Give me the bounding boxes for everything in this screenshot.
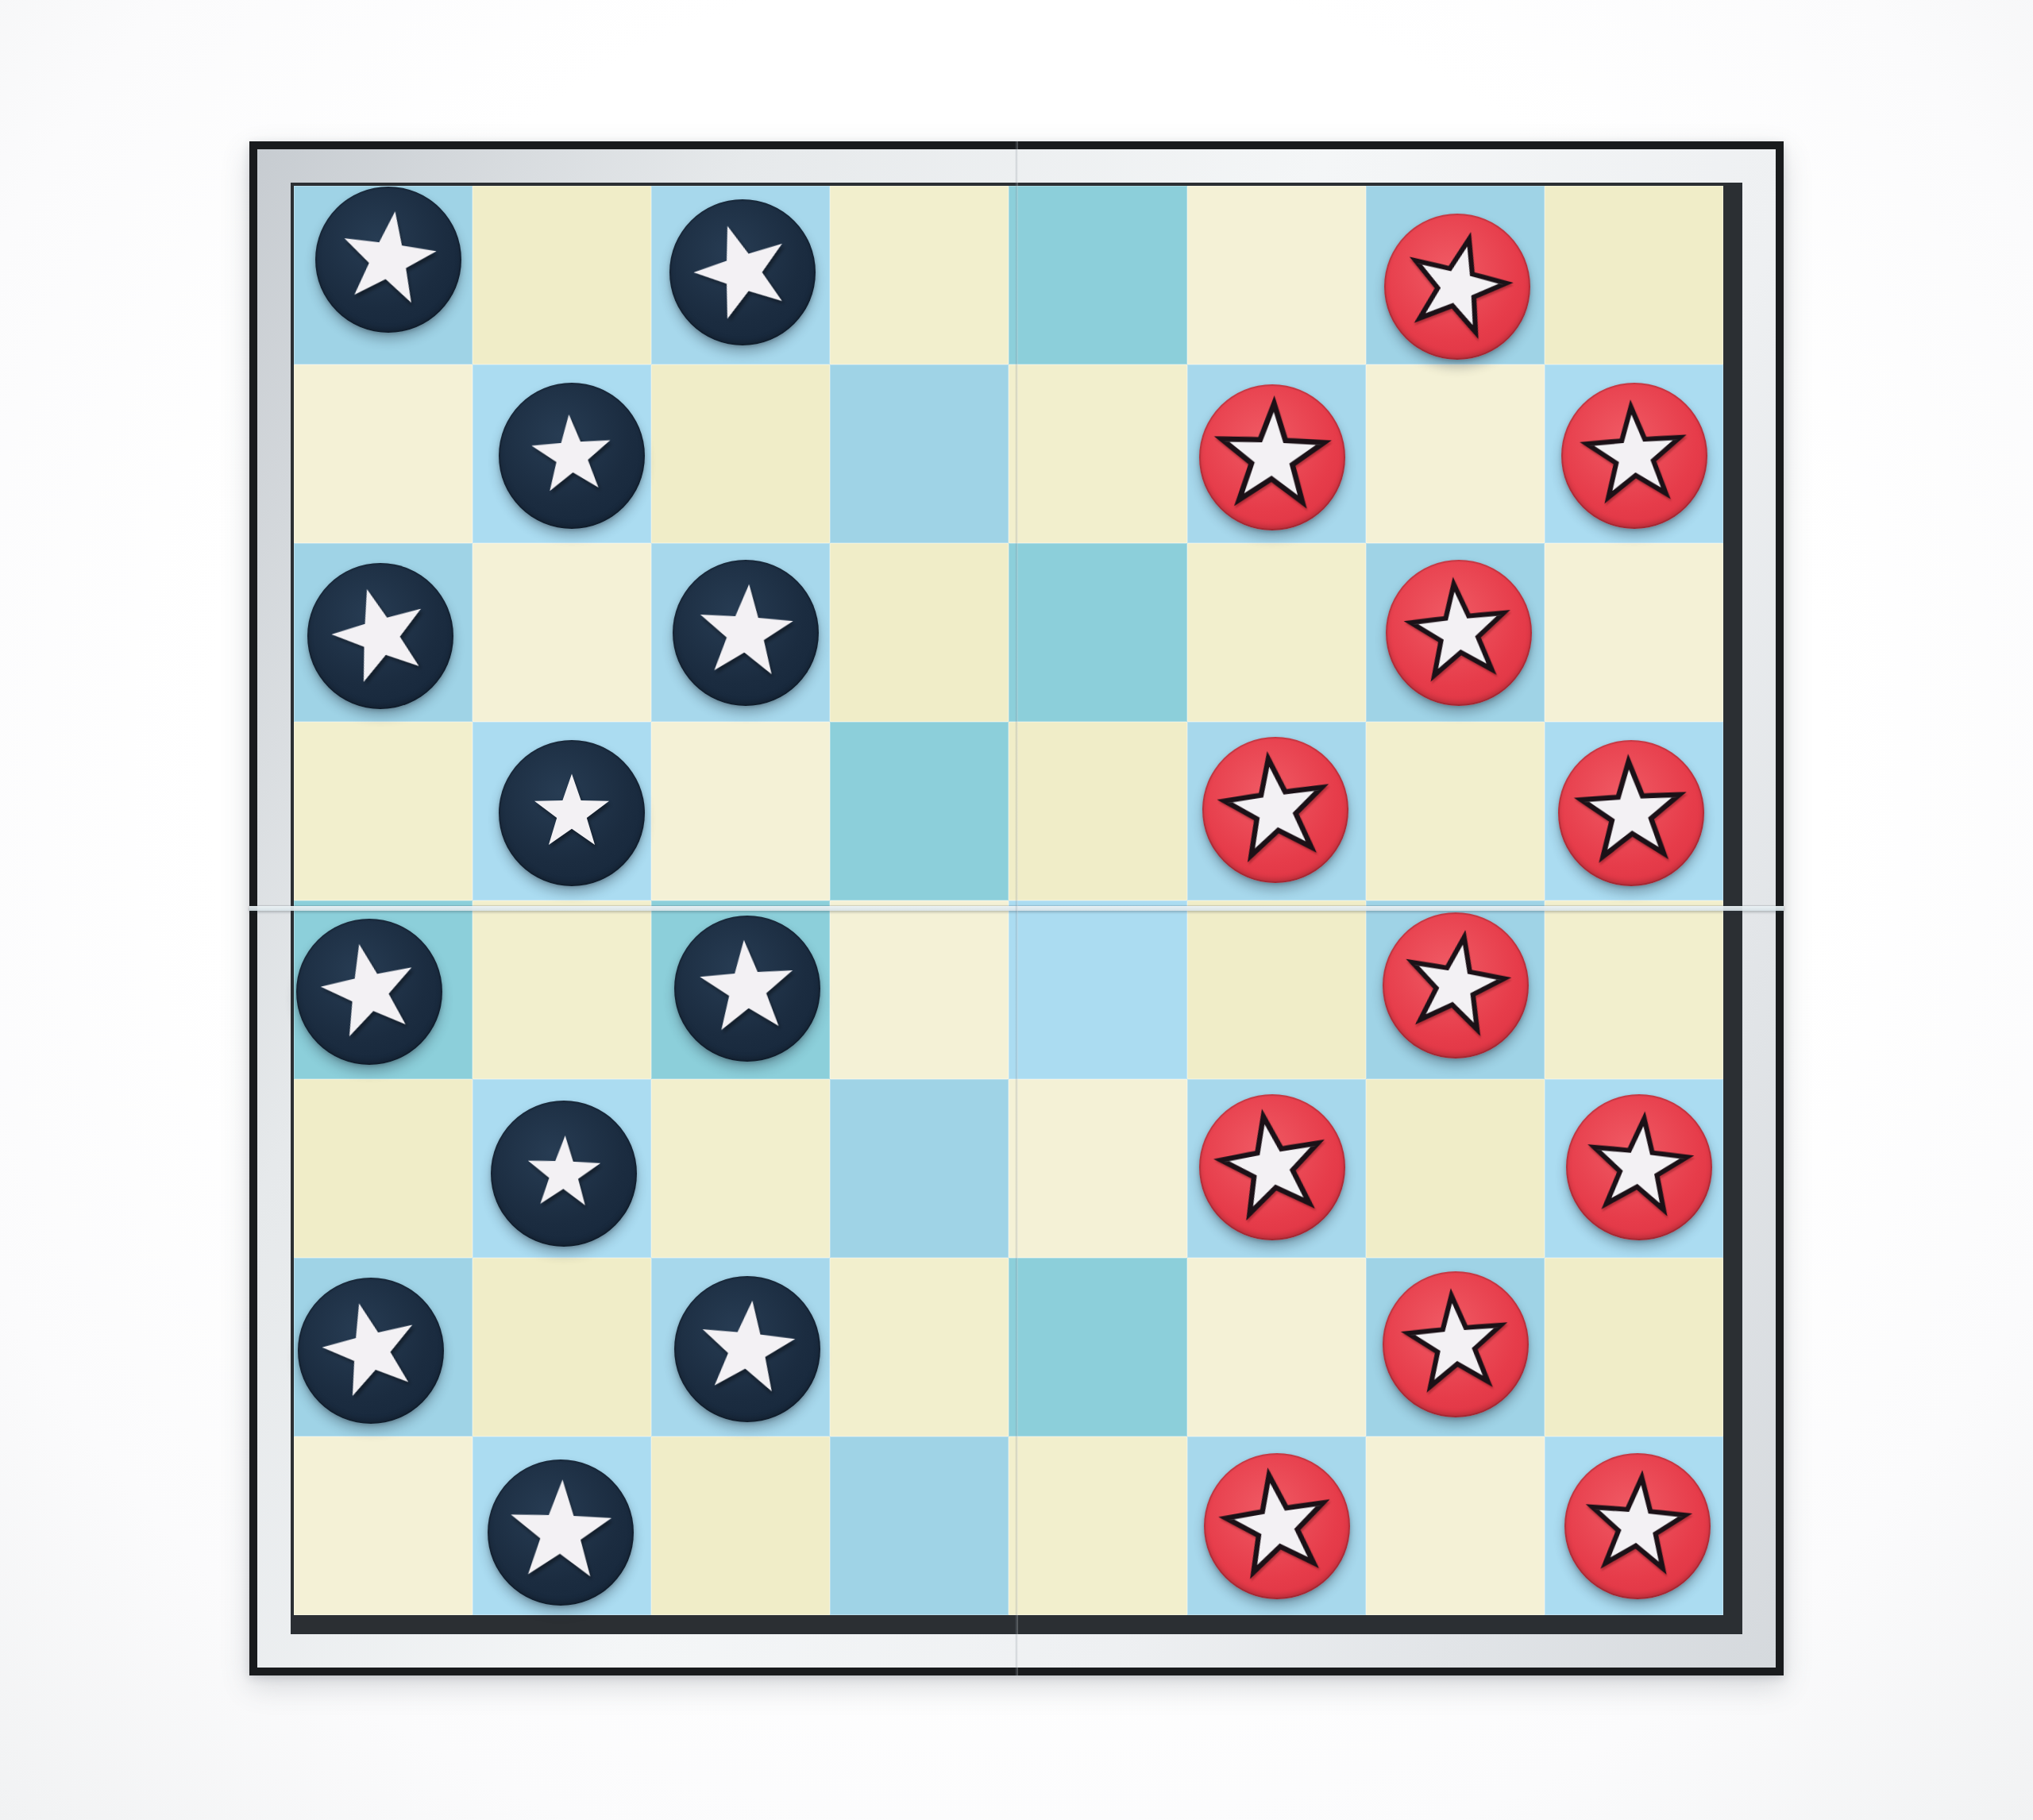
piece-red-r4c8[interactable] [1558, 740, 1704, 886]
piece-navy-r5c3[interactable] [674, 916, 820, 1062]
red-star-icon [1213, 398, 1332, 517]
square-r6c7[interactable] [1366, 1079, 1545, 1258]
square-r6c3[interactable] [651, 1079, 830, 1258]
square-r8c1[interactable] [294, 1436, 473, 1615]
square-r6c4[interactable] [830, 1079, 1009, 1258]
piece-red-r8c8[interactable] [1564, 1453, 1711, 1599]
navy-star-icon [676, 206, 808, 337]
piece-red-r6c6[interactable] [1199, 1094, 1345, 1240]
square-r1c6[interactable] [1187, 186, 1366, 364]
piece-navy-r1c3[interactable] [669, 199, 816, 345]
navy-star-icon [315, 571, 445, 700]
square-r5c4[interactable] [830, 900, 1009, 1079]
square-r7c6[interactable] [1187, 1258, 1366, 1436]
square-r6c5[interactable] [1009, 1079, 1187, 1258]
square-r5c6[interactable] [1187, 900, 1366, 1079]
fold-crease-vertical [1015, 141, 1018, 1675]
square-r7c4[interactable] [830, 1258, 1009, 1436]
square-r4c4[interactable] [830, 722, 1009, 900]
red-star-icon [1213, 747, 1337, 872]
red-star-icon [1208, 1103, 1336, 1231]
square-r3c4[interactable] [830, 543, 1009, 722]
piece-red-r4c6[interactable] [1202, 737, 1348, 883]
navy-star-icon [307, 1286, 434, 1413]
piece-navy-r3c1[interactable] [307, 563, 453, 709]
red-star-icon [1401, 575, 1516, 690]
piece-red-r5c7[interactable] [1383, 912, 1529, 1058]
navy-star-icon [521, 1131, 606, 1216]
piece-navy-r3c3[interactable] [673, 560, 819, 706]
navy-star-icon [329, 200, 447, 318]
piece-red-r6c8[interactable] [1566, 1094, 1712, 1240]
red-star-icon [1213, 1463, 1340, 1589]
piece-navy-r7c3[interactable] [674, 1276, 820, 1422]
square-r3c6[interactable] [1187, 543, 1366, 722]
piece-navy-r7c1[interactable] [298, 1278, 444, 1424]
square-r5c5[interactable] [1009, 900, 1187, 1079]
square-r1c4[interactable] [830, 186, 1009, 364]
navy-star-icon [530, 771, 614, 855]
square-r7c5[interactable] [1009, 1258, 1187, 1436]
square-r1c8[interactable] [1545, 186, 1723, 364]
piece-red-r1c7[interactable] [1384, 214, 1530, 360]
piece-red-r2c6[interactable] [1199, 384, 1345, 530]
red-star-icon [1393, 222, 1520, 349]
photo-background: Folding checkers board: 12 navy star che… [0, 0, 2033, 1820]
square-r8c4[interactable] [830, 1436, 1009, 1615]
piece-navy-r5c1[interactable] [296, 919, 442, 1065]
red-star-icon [1580, 1469, 1694, 1583]
navy-star-icon [689, 1291, 804, 1406]
piece-navy-r8c2[interactable] [488, 1459, 634, 1606]
square-r6c1[interactable] [294, 1079, 473, 1258]
piece-red-r7c7[interactable] [1383, 1271, 1529, 1417]
navy-star-icon [689, 576, 801, 688]
navy-star-icon [524, 408, 619, 503]
checkers-board [249, 141, 1784, 1675]
square-r8c5[interactable] [1009, 1436, 1187, 1615]
square-r2c7[interactable] [1366, 364, 1545, 543]
piece-red-r3c7[interactable] [1386, 560, 1532, 706]
piece-navy-r2c2[interactable] [499, 383, 645, 529]
square-r7c2[interactable] [473, 1258, 651, 1436]
square-r4c5[interactable] [1009, 722, 1187, 900]
square-r4c1[interactable] [294, 722, 473, 900]
square-r2c5[interactable] [1009, 364, 1187, 543]
square-r2c3[interactable] [651, 364, 830, 543]
square-r8c7[interactable] [1366, 1436, 1545, 1615]
square-r2c4[interactable] [830, 364, 1009, 543]
square-r7c8[interactable] [1545, 1258, 1723, 1436]
piece-red-r2c8[interactable] [1561, 383, 1707, 529]
square-r3c8[interactable] [1545, 543, 1723, 722]
square-r5c2[interactable] [473, 900, 651, 1079]
piece-navy-r1c1[interactable] [315, 187, 461, 333]
square-r1c2[interactable] [473, 186, 651, 364]
red-star-icon [1395, 924, 1516, 1046]
board-grid [294, 186, 1723, 1615]
square-r8c3[interactable] [651, 1436, 830, 1615]
square-r4c7[interactable] [1366, 722, 1545, 900]
piece-navy-r4c2[interactable] [499, 740, 645, 886]
red-star-icon [1398, 1287, 1512, 1401]
square-r1c5[interactable] [1009, 186, 1187, 364]
red-star-icon [1581, 1109, 1696, 1224]
square-r3c5[interactable] [1009, 543, 1187, 722]
navy-star-icon [502, 1474, 619, 1591]
piece-red-r8c6[interactable] [1204, 1453, 1350, 1599]
piece-navy-r6c2[interactable] [491, 1101, 637, 1247]
square-r5c8[interactable] [1545, 900, 1723, 1079]
navy-star-icon [691, 932, 803, 1044]
square-r3c2[interactable] [473, 543, 651, 722]
red-star-icon [1578, 399, 1690, 511]
navy-star-icon [307, 929, 431, 1054]
red-star-icon [1572, 754, 1688, 870]
board-caption: Folding checkers board: 12 navy star che… [0, 0, 1, 1]
square-r2c1[interactable] [294, 364, 473, 543]
square-r4c3[interactable] [651, 722, 830, 900]
